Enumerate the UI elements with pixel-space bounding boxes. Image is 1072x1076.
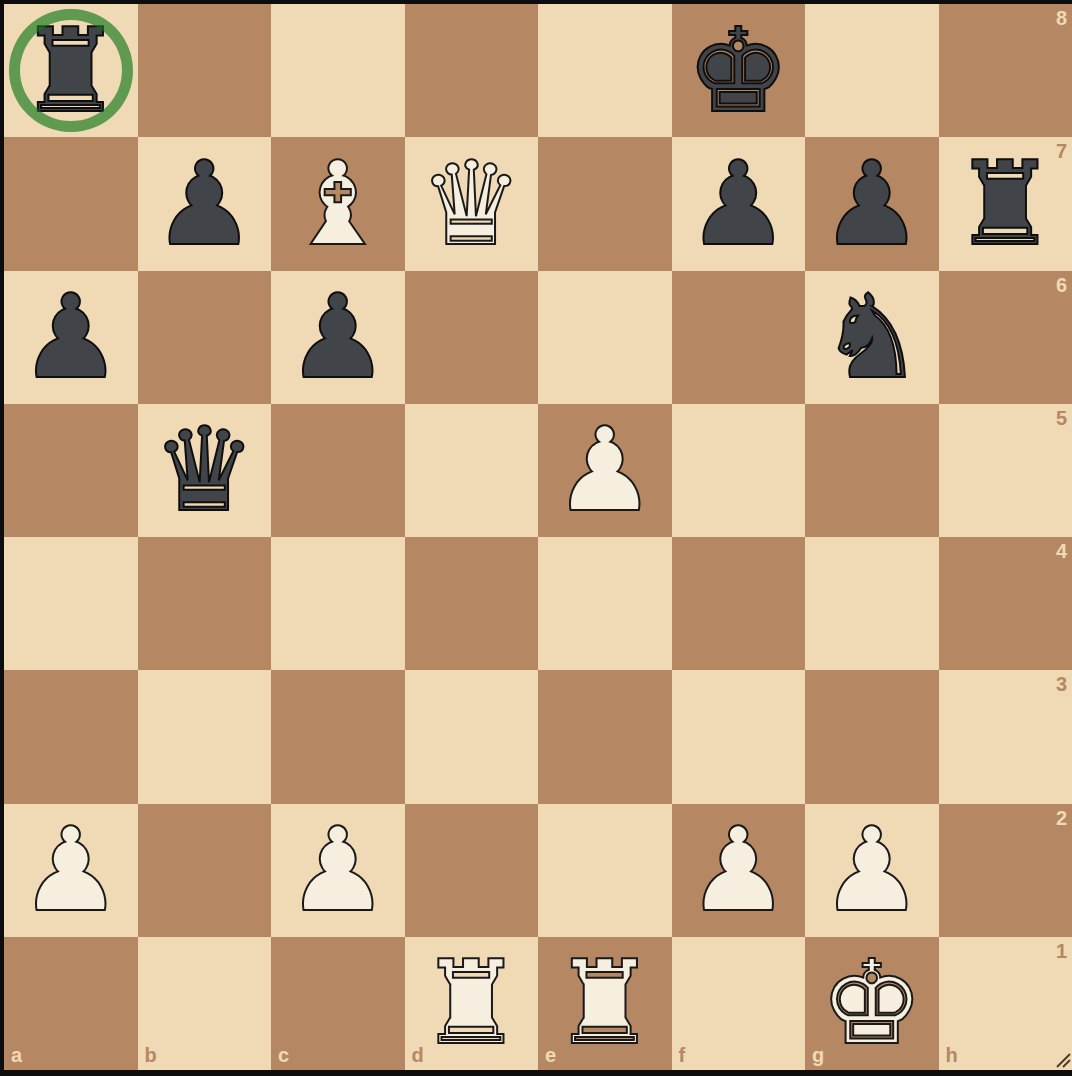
square-b3[interactable] <box>138 670 272 803</box>
square-d8[interactable] <box>405 4 539 137</box>
square-f3[interactable] <box>672 670 806 803</box>
square-f7[interactable]: ♟ <box>672 137 806 270</box>
square-c4[interactable] <box>271 537 405 670</box>
black-pawn[interactable]: ♟ <box>4 271 138 404</box>
square-e5[interactable]: ♟ <box>538 404 672 537</box>
black-rook[interactable]: ♜ <box>4 4 138 137</box>
square-b4[interactable] <box>138 537 272 670</box>
square-b5[interactable]: ♛ <box>138 404 272 537</box>
square-a5[interactable] <box>4 404 138 537</box>
square-f4[interactable] <box>672 537 806 670</box>
black-pawn[interactable]: ♟ <box>805 137 939 270</box>
square-d4[interactable] <box>405 537 539 670</box>
square-a7[interactable] <box>4 137 138 270</box>
square-g7[interactable]: ♟ <box>805 137 939 270</box>
square-b7[interactable]: ♟ <box>138 137 272 270</box>
square-c3[interactable] <box>271 670 405 803</box>
square-h7[interactable]: 7♜ <box>939 137 1072 270</box>
square-g6[interactable]: ♞ <box>805 271 939 404</box>
square-g5[interactable] <box>805 404 939 537</box>
square-a8[interactable]: ♜ <box>4 4 138 137</box>
square-c7[interactable]: ♝ <box>271 137 405 270</box>
square-a1[interactable]: a <box>4 937 138 1070</box>
square-c5[interactable] <box>271 404 405 537</box>
square-g3[interactable] <box>805 670 939 803</box>
black-rook[interactable]: ♜ <box>939 137 1072 270</box>
white-pawn[interactable]: ♟ <box>271 804 405 937</box>
black-pawn[interactable]: ♟ <box>271 271 405 404</box>
black-king[interactable]: ♚ <box>672 4 806 137</box>
square-g2[interactable]: ♟ <box>805 804 939 937</box>
file-label-e: e <box>545 1044 556 1067</box>
white-king[interactable]: ♚ <box>805 937 939 1070</box>
file-label-f: f <box>679 1044 686 1067</box>
square-d5[interactable] <box>405 404 539 537</box>
black-pawn[interactable]: ♟ <box>138 137 272 270</box>
white-bishop[interactable]: ♝ <box>271 137 405 270</box>
square-e4[interactable] <box>538 537 672 670</box>
square-f2[interactable]: ♟ <box>672 804 806 937</box>
rank-label-2: 2 <box>1056 807 1067 830</box>
white-rook[interactable]: ♜ <box>405 937 539 1070</box>
square-b6[interactable] <box>138 271 272 404</box>
file-label-a: a <box>11 1044 22 1067</box>
square-c8[interactable] <box>271 4 405 137</box>
file-label-g: g <box>812 1044 824 1067</box>
black-pawn[interactable]: ♟ <box>672 137 806 270</box>
square-c1[interactable]: c <box>271 937 405 1070</box>
rank-label-7: 7 <box>1056 140 1067 163</box>
rank-label-3: 3 <box>1056 673 1067 696</box>
square-f8[interactable]: ♚ <box>672 4 806 137</box>
square-b2[interactable] <box>138 804 272 937</box>
square-b1[interactable]: b <box>138 937 272 1070</box>
square-a6[interactable]: ♟ <box>4 271 138 404</box>
square-f6[interactable] <box>672 271 806 404</box>
file-label-c: c <box>278 1044 289 1067</box>
white-rook[interactable]: ♜ <box>538 937 672 1070</box>
square-b8[interactable] <box>138 4 272 137</box>
square-d6[interactable] <box>405 271 539 404</box>
rank-label-4: 4 <box>1056 540 1067 563</box>
square-h8[interactable]: 8 <box>939 4 1072 137</box>
square-c6[interactable]: ♟ <box>271 271 405 404</box>
square-a3[interactable] <box>4 670 138 803</box>
square-e8[interactable] <box>538 4 672 137</box>
rank-label-8: 8 <box>1056 7 1067 30</box>
white-pawn[interactable]: ♟ <box>4 804 138 937</box>
white-pawn[interactable]: ♟ <box>672 804 806 937</box>
square-h3[interactable]: 3 <box>939 670 1072 803</box>
square-f1[interactable]: f <box>672 937 806 1070</box>
white-queen[interactable]: ♛ <box>405 137 539 270</box>
square-e3[interactable] <box>538 670 672 803</box>
square-f5[interactable] <box>672 404 806 537</box>
square-d1[interactable]: d♜ <box>405 937 539 1070</box>
square-d7[interactable]: ♛ <box>405 137 539 270</box>
square-g4[interactable] <box>805 537 939 670</box>
square-h1[interactable]: h1 <box>939 937 1072 1070</box>
square-g8[interactable] <box>805 4 939 137</box>
rank-label-6: 6 <box>1056 274 1067 297</box>
white-pawn[interactable]: ♟ <box>538 404 672 537</box>
square-d2[interactable] <box>405 804 539 937</box>
square-c2[interactable]: ♟ <box>271 804 405 937</box>
square-h6[interactable]: 6 <box>939 271 1072 404</box>
square-e7[interactable] <box>538 137 672 270</box>
square-d3[interactable] <box>405 670 539 803</box>
square-a2[interactable]: ♟ <box>4 804 138 937</box>
black-queen[interactable]: ♛ <box>138 404 272 537</box>
black-knight[interactable]: ♞ <box>805 271 939 404</box>
square-h2[interactable]: 2 <box>939 804 1072 937</box>
square-e2[interactable] <box>538 804 672 937</box>
square-h4[interactable]: 4 <box>939 537 1072 670</box>
rank-label-1: 1 <box>1056 940 1067 963</box>
square-e1[interactable]: e♜ <box>538 937 672 1070</box>
resize-handle-icon[interactable] <box>1053 1050 1071 1068</box>
square-h5[interactable]: 5 <box>939 404 1072 537</box>
white-pawn[interactable]: ♟ <box>805 804 939 937</box>
square-g1[interactable]: g♚ <box>805 937 939 1070</box>
chess-board: ♜♚8♟♝♛♟♟7♜♟♟♞6♛♟543♟♟♟♟2abcd♜e♜fg♚h1 <box>4 4 1072 1070</box>
file-label-d: d <box>412 1044 424 1067</box>
file-label-h: h <box>946 1044 958 1067</box>
square-e6[interactable] <box>538 271 672 404</box>
rank-label-5: 5 <box>1056 407 1067 430</box>
file-label-b: b <box>145 1044 157 1067</box>
square-a4[interactable] <box>4 537 138 670</box>
